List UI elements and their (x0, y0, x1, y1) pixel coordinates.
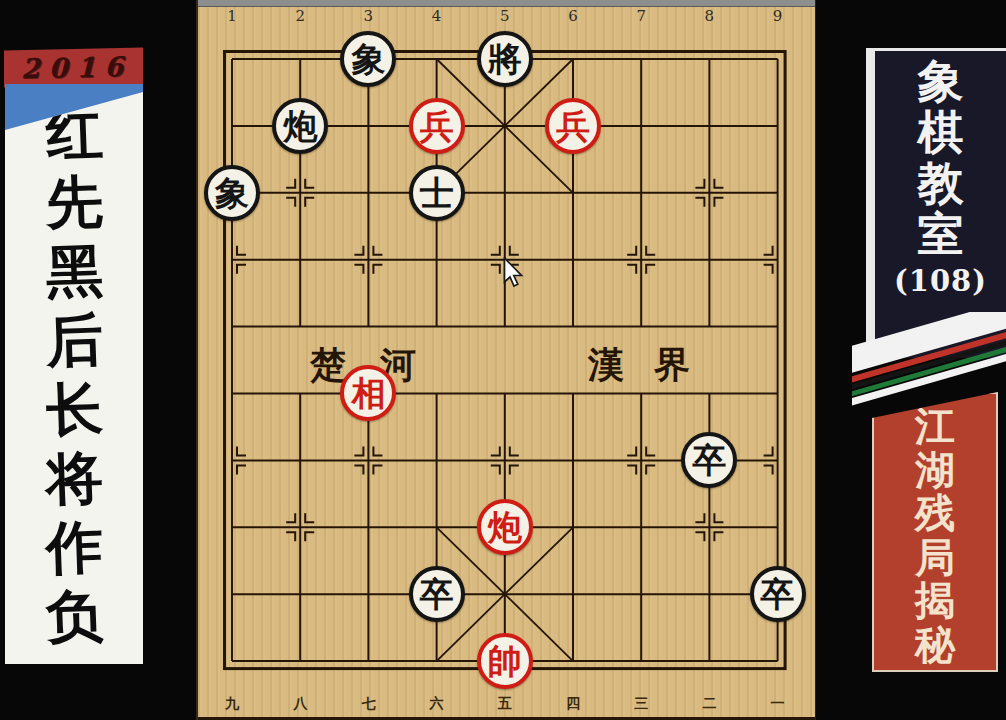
left-caption-char-3: 黑 (44, 235, 103, 306)
file-label-bottom-1: 九 (221, 695, 243, 713)
file-label-top-2: 2 (289, 7, 311, 25)
file-label-top-3: 3 (357, 7, 379, 25)
piece-black-soldier[interactable]: 卒 (409, 566, 465, 622)
subtitle-char-1: 江 (915, 404, 955, 448)
file-label-bottom-8: 二 (698, 695, 720, 713)
file-label-top-1: 1 (221, 7, 243, 25)
piece-red-soldier[interactable]: 兵 (409, 98, 465, 154)
mouse-cursor-icon (503, 257, 527, 295)
piece-black-general[interactable]: 將 (477, 31, 533, 87)
video-frame: 2016 红先黑后长将作负 123456789 九八七六五四三二一 楚河 漢界 … (0, 0, 1006, 720)
file-label-top-9: 9 (767, 7, 789, 25)
episode-number: (108) (894, 264, 987, 298)
piece-red-cannon[interactable]: 炮 (477, 499, 533, 555)
subtitle-char-3: 残 (915, 491, 955, 535)
title-char-3: 教 (918, 158, 964, 209)
subtitle-char-5: 揭 (915, 578, 955, 622)
piece-red-general[interactable]: 帥 (477, 633, 533, 689)
left-caption-char-7: 作 (44, 511, 103, 582)
right-subtitle-banner: 江湖残局揭秘 (872, 392, 998, 672)
piece-black-advisor[interactable]: 士 (409, 165, 465, 221)
file-label-top-8: 8 (698, 7, 720, 25)
file-label-bottom-5: 五 (494, 695, 516, 713)
piece-red-soldier[interactable]: 兵 (545, 98, 601, 154)
file-label-bottom-3: 七 (357, 695, 379, 713)
piece-black-elephant[interactable]: 象 (340, 31, 396, 87)
subtitle-char-6: 秘 (915, 622, 955, 666)
piece-black-soldier[interactable]: 卒 (750, 566, 806, 622)
year-badge: 2016 (4, 48, 143, 88)
left-caption-char-5: 长 (44, 373, 103, 444)
file-label-bottom-6: 四 (562, 695, 584, 713)
piece-black-soldier[interactable]: 卒 (681, 432, 737, 488)
title-char-4: 室 (918, 209, 964, 260)
file-label-top-5: 5 (494, 7, 516, 25)
left-caption-char-2: 先 (44, 166, 103, 237)
file-label-top-7: 7 (630, 7, 652, 25)
left-caption-banner: 红先黑后长将作负 (5, 84, 143, 664)
piece-grid: 象將炮兵兵象士相卒炮卒卒帥 (198, 26, 812, 695)
show-title-vertical: 象棋教室 (918, 56, 964, 260)
subtitle-char-4: 局 (915, 535, 955, 579)
file-label-bottom-9: 一 (767, 695, 789, 713)
file-label-bottom-7: 三 (630, 695, 652, 713)
piece-red-elephant[interactable]: 相 (340, 365, 396, 421)
piece-black-cannon[interactable]: 炮 (272, 98, 328, 154)
piece-black-elephant[interactable]: 象 (204, 165, 260, 221)
subtitle-char-2: 湖 (915, 448, 955, 492)
file-label-bottom-4: 六 (426, 695, 448, 713)
left-caption-char-6: 将 (44, 442, 103, 513)
xiangqi-board[interactable]: 123456789 九八七六五四三二一 楚河 漢界 象將炮兵兵象士相卒炮卒卒帥 (196, 0, 816, 720)
left-caption-char-8: 负 (44, 580, 103, 651)
left-caption-char-4: 后 (44, 304, 103, 375)
title-char-2: 棋 (918, 107, 964, 158)
file-label-bottom-2: 八 (289, 695, 311, 713)
file-label-top-4: 4 (426, 7, 448, 25)
title-char-1: 象 (918, 56, 964, 107)
file-label-top-6: 6 (562, 7, 584, 25)
